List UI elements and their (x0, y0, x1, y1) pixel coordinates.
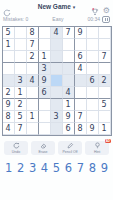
sudoku-board: 58479172167343496221649215851397476891 (2, 26, 112, 136)
cell-r2c2[interactable] (15, 39, 27, 51)
cell-r6c1[interactable]: 2 (3, 87, 15, 99)
cell-r8c6[interactable]: 9 (63, 111, 75, 123)
cell-r4c3[interactable] (27, 63, 39, 75)
undo-icon (13, 142, 20, 149)
erase-button[interactable]: Erase (31, 141, 55, 155)
hint-button[interactable]: AD Hint (85, 141, 109, 155)
cell-r3c5[interactable] (51, 51, 63, 63)
cell-r6c7[interactable] (75, 87, 87, 99)
cell-r5c7[interactable] (75, 75, 87, 87)
cell-r3c4[interactable]: 1 (39, 51, 51, 63)
numpad-7[interactable]: 7 (77, 161, 84, 175)
numpad-9[interactable]: 9 (101, 161, 108, 175)
toolbar: Undo Erase Pencil Off AD Hint (0, 141, 113, 155)
cell-r9c3[interactable] (27, 123, 39, 135)
cell-r4c5[interactable] (51, 63, 63, 75)
cell-r9c4[interactable] (39, 123, 51, 135)
cell-r2c7[interactable] (75, 39, 87, 51)
cell-r7c8[interactable] (87, 99, 99, 111)
cell-r1c1[interactable]: 5 (3, 27, 15, 39)
cell-r5c8[interactable]: 6 (87, 75, 99, 87)
cell-r7c7[interactable] (75, 99, 87, 111)
cell-r4c7[interactable]: 4 (75, 63, 87, 75)
cell-r7c9[interactable]: 5 (99, 99, 111, 111)
numpad-4[interactable]: 4 (41, 161, 48, 175)
cell-r9c9[interactable]: 1 (99, 123, 111, 135)
trophy-icon[interactable] (91, 2, 99, 20)
hint-label: Hint (94, 150, 100, 154)
cell-r6c8[interactable] (87, 87, 99, 99)
cell-r9c2[interactable]: 7 (15, 123, 27, 135)
cell-r9c8[interactable]: 9 (87, 123, 99, 135)
cell-r5c1[interactable] (3, 75, 15, 87)
lightbulb-icon (94, 142, 101, 149)
numpad: 123456789 (0, 161, 113, 175)
pencil-icon (67, 142, 74, 149)
cell-r3c8[interactable] (87, 51, 99, 63)
cell-r3c9[interactable]: 7 (99, 51, 111, 63)
cell-r4c8[interactable] (87, 63, 99, 75)
cell-r3c6[interactable] (63, 51, 75, 63)
header: New Game ▾ ⚙ (0, 0, 113, 13)
cell-r4c6[interactable] (63, 63, 75, 75)
cell-r2c3[interactable]: 7 (27, 39, 39, 51)
cell-r5c4[interactable]: 9 (39, 75, 51, 87)
cell-r1c4[interactable] (39, 27, 51, 39)
cell-r8c9[interactable] (99, 111, 111, 123)
pencil-button[interactable]: Pencil Off (58, 141, 82, 155)
cell-r7c5[interactable] (51, 99, 63, 111)
cell-r6c9[interactable] (99, 87, 111, 99)
numpad-2[interactable]: 2 (17, 161, 24, 175)
cell-r9c5[interactable] (51, 123, 63, 135)
eraser-icon (40, 142, 47, 149)
cell-r1c5[interactable]: 4 (51, 27, 63, 39)
cell-r5c3[interactable]: 4 (27, 75, 39, 87)
cell-r8c4[interactable] (39, 111, 51, 123)
cell-r3c3[interactable]: 2 (27, 51, 39, 63)
cell-r1c3[interactable]: 8 (27, 27, 39, 39)
cell-r6c2[interactable]: 1 (15, 87, 27, 99)
cell-r6c6[interactable]: 4 (63, 87, 75, 99)
cell-r8c8[interactable] (87, 111, 99, 123)
ad-badge: AD (105, 139, 111, 143)
cell-r9c6[interactable]: 6 (63, 123, 75, 135)
cell-r1c9[interactable] (99, 27, 111, 39)
cell-r6c3[interactable] (27, 87, 39, 99)
difficulty-label: Easy (52, 16, 63, 22)
cell-r8c7[interactable]: 7 (75, 111, 87, 123)
cell-r6c4[interactable]: 6 (39, 87, 51, 99)
cell-r2c8[interactable] (87, 39, 99, 51)
cell-r2c5[interactable] (51, 39, 63, 51)
cell-r7c1[interactable]: 9 (3, 99, 15, 111)
cell-r8c1[interactable]: 8 (3, 111, 15, 123)
numpad-5[interactable]: 5 (53, 161, 60, 175)
numpad-1[interactable]: 1 (5, 161, 12, 175)
numpad-8[interactable]: 8 (89, 161, 96, 175)
cell-r7c4[interactable] (39, 99, 51, 111)
header-actions: ⚙ (91, 2, 110, 20)
cell-r2c6[interactable] (63, 39, 75, 51)
cell-r5c2[interactable]: 3 (15, 75, 27, 87)
cell-r8c3[interactable]: 1 (27, 111, 39, 123)
numpad-6[interactable]: 6 (65, 161, 72, 175)
undo-label: Undo (12, 150, 20, 154)
cell-r5c6[interactable] (63, 75, 75, 87)
cell-r1c2[interactable] (15, 27, 27, 39)
cell-r7c3[interactable] (27, 99, 39, 111)
cell-r3c7[interactable]: 6 (75, 51, 87, 63)
cell-r3c2[interactable] (15, 51, 27, 63)
numpad-3[interactable]: 3 (29, 161, 36, 175)
cell-r9c1[interactable]: 4 (3, 123, 15, 135)
cell-r4c1[interactable] (3, 63, 15, 75)
cell-r2c4[interactable] (39, 39, 51, 51)
cell-r5c9[interactable]: 2 (99, 75, 111, 87)
sudoku-app: New Game ▾ ⚙ Mistakes: 0 Easy 00:34 5847… (0, 0, 113, 200)
cell-r1c7[interactable]: 9 (75, 27, 87, 39)
cell-r2c1[interactable]: 1 (3, 39, 15, 51)
cell-r1c8[interactable] (87, 27, 99, 39)
cell-r6c5[interactable] (51, 87, 63, 99)
cell-r8c2[interactable]: 5 (15, 111, 27, 123)
cell-r8c5[interactable]: 3 (51, 111, 63, 123)
erase-label: Erase (38, 150, 47, 154)
cell-r5c5[interactable] (51, 75, 63, 87)
cell-r7c6[interactable]: 1 (63, 99, 75, 111)
cell-r4c4[interactable]: 3 (39, 63, 51, 75)
cell-r9c7[interactable]: 8 (75, 123, 87, 135)
cell-r1c6[interactable]: 7 (63, 27, 75, 39)
cell-r4c2[interactable] (15, 63, 27, 75)
chevron-down-icon: ▾ (73, 4, 76, 10)
cell-r2c9[interactable] (99, 39, 111, 51)
cell-r3c1[interactable] (3, 51, 15, 63)
cell-r7c2[interactable]: 2 (15, 99, 27, 111)
cell-r4c9[interactable] (99, 63, 111, 75)
pencil-label: Pencil Off (62, 150, 77, 154)
page-title: New Game (38, 3, 71, 10)
gear-icon[interactable]: ⚙ (103, 7, 110, 15)
undo-button[interactable]: Undo (4, 141, 28, 155)
